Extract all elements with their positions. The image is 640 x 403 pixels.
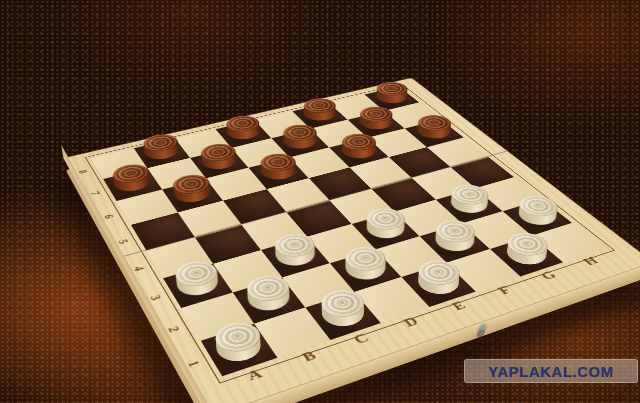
checkers-board: ABCDEFGH12345678 — [63, 78, 640, 403]
white-checker-h2[interactable] — [511, 204, 563, 231]
white-checker-e1[interactable] — [411, 268, 467, 301]
metal-clasp-icon — [477, 323, 487, 335]
dark-checker-b6[interactable] — [170, 183, 216, 209]
white-checker-e3[interactable] — [360, 216, 411, 244]
watermark-badge: YAPLAKAL.COM — [464, 359, 638, 383]
white-checker-d2[interactable] — [339, 255, 393, 287]
photo-scene: ABCDEFGH12345678 YAPLAKAL.COM — [0, 0, 640, 403]
dark-checker-d6[interactable] — [256, 161, 301, 185]
watermark-text: YAPLAKAL.COM — [488, 363, 613, 380]
dark-checker-d8[interactable] — [223, 123, 265, 144]
white-checker-a1[interactable] — [210, 330, 268, 369]
white-checker-b2[interactable] — [242, 283, 296, 318]
dark-checker-f8[interactable] — [299, 106, 341, 126]
white-checker-f2[interactable] — [428, 228, 481, 257]
white-checker-c1[interactable] — [315, 298, 372, 334]
